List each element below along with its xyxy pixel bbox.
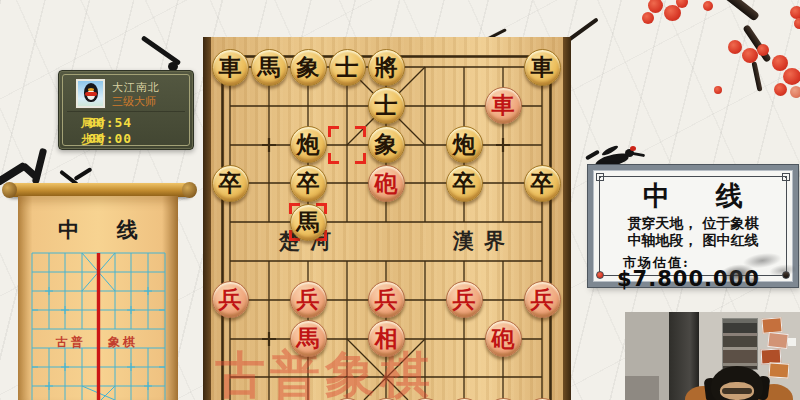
plum-blossom-icon bbox=[703, 1, 713, 11]
plum-blossom-icon bbox=[783, 68, 800, 85]
xiangqi-piece-black[interactable]: 炮 bbox=[290, 126, 327, 163]
xiangqi-piece-red[interactable]: 砲 bbox=[485, 320, 522, 357]
player-rank-title: 三级大师 bbox=[112, 94, 156, 109]
plum-blossom-icon bbox=[774, 83, 787, 96]
webcam-wall-note bbox=[788, 338, 796, 346]
xiangqi-piece-red[interactable]: 砲 bbox=[368, 165, 405, 202]
xiangqi-piece-black[interactable]: 象 bbox=[290, 49, 327, 86]
xiangqi-piece-black[interactable]: 馬 bbox=[251, 49, 288, 86]
mini-river-left: 古普 bbox=[56, 334, 86, 351]
player-info-panel: 大江南北 三级大师 局时 00:54 步时 00:00 bbox=[58, 70, 194, 150]
app-watermark: 古普象棋 bbox=[215, 342, 435, 400]
plum-blossom-icon bbox=[790, 86, 800, 98]
xiangqi-piece-black[interactable]: 卒 bbox=[524, 165, 561, 202]
xiangqi-piece-red[interactable]: 兵 bbox=[290, 281, 327, 318]
scroll-roller bbox=[6, 183, 193, 197]
xiangqi-piece-black[interactable]: 將 bbox=[368, 49, 405, 86]
xiangqi-piece-black[interactable]: 卒 bbox=[212, 165, 249, 202]
plum-blossom-icon bbox=[794, 18, 800, 29]
info-plaque: 中 线 贯穿天地， 位于象棋 中轴地段， 图中红线 市场估值: $7.800.0… bbox=[588, 165, 798, 287]
xiangqi-piece-red[interactable]: 兵 bbox=[212, 281, 249, 318]
xiangqi-piece-red[interactable]: 兵 bbox=[368, 281, 405, 318]
xiangqi-piece-red[interactable]: 兵 bbox=[446, 281, 483, 318]
xiangqi-piece-black[interactable]: 卒 bbox=[290, 165, 327, 202]
river-label-right: 漢界 bbox=[453, 227, 515, 255]
plum-blossom-icon bbox=[772, 55, 788, 71]
scroll-title: 中 线 bbox=[18, 216, 178, 244]
webcam-shelf bbox=[722, 318, 758, 370]
plum-blossom-icon bbox=[728, 40, 742, 54]
webcam-furniture bbox=[625, 376, 659, 400]
xiangqi-piece-black[interactable]: 車 bbox=[212, 49, 249, 86]
xiangqi-piece-red[interactable]: 車 bbox=[485, 87, 522, 124]
player-name: 大江南北 bbox=[112, 80, 160, 95]
last-move-from-marker bbox=[328, 126, 366, 164]
game-time-value: 00:54 bbox=[88, 115, 132, 130]
xiangqi-piece-black[interactable]: 卒 bbox=[446, 165, 483, 202]
xiangqi-stream-page: 大江南北 三级大师 局时 00:54 步时 00:00 中 线 bbox=[0, 0, 800, 400]
xiangqi-piece-black[interactable]: 士 bbox=[329, 49, 366, 86]
webcam-person-glasses bbox=[722, 388, 752, 394]
xiangqi-piece-black[interactable]: 車 bbox=[524, 49, 561, 86]
plum-blossom-icon bbox=[642, 12, 654, 24]
corner-ornament-icon bbox=[596, 271, 604, 279]
mini-river-right: 象棋 bbox=[108, 334, 138, 351]
plaque-desc-line1: 贯穿天地， 位于象棋 bbox=[593, 215, 793, 233]
move-time-value: 00:00 bbox=[88, 131, 132, 146]
plaque-title: 中 线 bbox=[593, 178, 793, 214]
mini-board-diagram bbox=[31, 252, 166, 400]
plum-blossom-icon bbox=[757, 44, 769, 56]
xiangqi-piece-red[interactable]: 馬 bbox=[290, 320, 327, 357]
scroll-paper: 中 线 古普 象棋 bbox=[18, 196, 178, 400]
panel-divider bbox=[67, 111, 185, 112]
xiangqi-piece-black[interactable]: 馬 bbox=[290, 204, 327, 241]
plum-blossom-bud-icon bbox=[714, 86, 722, 94]
xiangqi-piece-red[interactable]: 兵 bbox=[524, 281, 561, 318]
xiangqi-board[interactable]: 楚河 漢界 古普象棋 車馬象士將車士車炮象炮卒卒砲卒卒馬兵兵兵兵兵馬相砲仕帥仕相… bbox=[203, 35, 571, 400]
player-avatar[interactable] bbox=[76, 79, 105, 108]
xiangqi-piece-black[interactable]: 炮 bbox=[446, 126, 483, 163]
plum-blossom-icon bbox=[742, 48, 758, 63]
webcam-photo-collage bbox=[760, 318, 790, 378]
xiangqi-piece-black[interactable]: 士 bbox=[368, 87, 405, 124]
xiangqi-piece-black[interactable]: 象 bbox=[368, 126, 405, 163]
xiangqi-piece-red[interactable]: 相 bbox=[368, 320, 405, 357]
scroll-knob bbox=[182, 182, 197, 198]
webcam-feed bbox=[625, 312, 800, 400]
scroll-knob bbox=[2, 182, 17, 198]
